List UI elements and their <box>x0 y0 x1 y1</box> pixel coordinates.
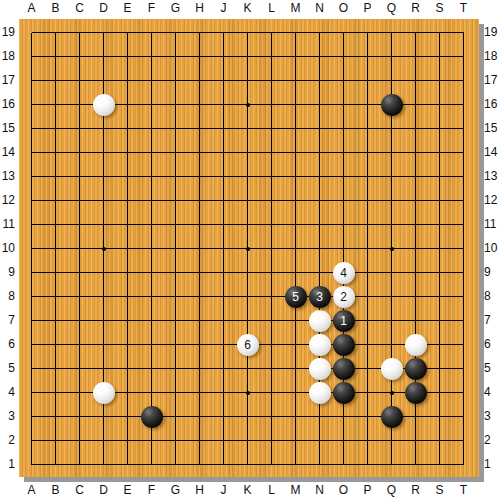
star-point-K16 <box>246 103 250 107</box>
move-number-label: 1 <box>340 310 347 332</box>
stone-black-Q16[interactable] <box>381 94 403 116</box>
coord-label-bottom-J: J <box>221 483 227 497</box>
coord-label-top-Q: Q <box>387 1 396 15</box>
coord-label-top-K: K <box>243 1 251 15</box>
coord-label-right-7: 7 <box>484 313 500 327</box>
stone-white-D4[interactable] <box>93 382 115 404</box>
stone-white-N6[interactable] <box>309 334 331 356</box>
coord-label-left-12: 12 <box>0 193 15 207</box>
move-number-label: 5 <box>292 286 299 308</box>
stone-black-M8[interactable]: 5 <box>285 286 307 308</box>
coord-label-bottom-B: B <box>51 483 59 497</box>
stone-white-Q5[interactable] <box>381 358 403 380</box>
coord-label-top-A: A <box>27 1 35 15</box>
stone-black-R4[interactable] <box>405 382 427 404</box>
coord-label-right-11: 11 <box>484 217 500 231</box>
coord-label-right-4: 4 <box>484 385 500 399</box>
star-point-Q4 <box>390 391 394 395</box>
coord-label-bottom-E: E <box>123 483 131 497</box>
coord-label-bottom-N: N <box>315 483 324 497</box>
coord-label-left-6: 6 <box>0 337 15 351</box>
stone-black-Q3[interactable] <box>381 406 403 428</box>
coord-label-right-3: 3 <box>484 409 500 423</box>
move-number-label: 3 <box>316 286 323 308</box>
coord-label-right-6: 6 <box>484 337 500 351</box>
stone-white-N7[interactable] <box>309 310 331 332</box>
coord-label-right-1: 1 <box>484 457 500 471</box>
star-point-D10 <box>102 247 106 251</box>
coord-label-bottom-F: F <box>148 483 155 497</box>
coord-label-top-L: L <box>268 1 275 15</box>
coord-label-left-2: 2 <box>0 433 15 447</box>
coord-label-right-16: 16 <box>484 97 500 111</box>
stone-white-N4[interactable] <box>309 382 331 404</box>
stone-white-O9[interactable]: 4 <box>333 262 355 284</box>
stone-white-K6[interactable]: 6 <box>237 334 259 356</box>
coord-label-left-8: 8 <box>0 289 15 303</box>
coord-label-top-M: M <box>291 1 301 15</box>
coord-label-right-10: 10 <box>484 241 500 255</box>
coord-label-bottom-K: K <box>243 483 251 497</box>
stone-white-N5[interactable] <box>309 358 331 380</box>
coord-label-top-P: P <box>363 1 371 15</box>
coord-label-right-14: 14 <box>484 145 500 159</box>
stone-black-O7[interactable]: 1 <box>333 310 355 332</box>
coord-label-left-5: 5 <box>0 361 15 375</box>
coord-label-left-4: 4 <box>0 385 15 399</box>
coord-label-bottom-R: R <box>411 483 420 497</box>
coord-label-left-14: 14 <box>0 145 15 159</box>
coord-label-top-S: S <box>435 1 443 15</box>
coord-label-left-13: 13 <box>0 169 15 183</box>
coord-label-bottom-T: T <box>460 483 467 497</box>
coord-label-top-G: G <box>171 1 180 15</box>
coord-label-bottom-P: P <box>363 483 371 497</box>
coord-label-bottom-Q: Q <box>387 483 396 497</box>
coord-label-bottom-A: A <box>27 483 35 497</box>
coord-label-left-9: 9 <box>0 265 15 279</box>
coord-label-bottom-C: C <box>75 483 84 497</box>
coord-label-bottom-O: O <box>339 483 348 497</box>
coord-label-bottom-D: D <box>99 483 108 497</box>
coord-label-bottom-M: M <box>291 483 301 497</box>
move-number-label: 2 <box>340 286 347 308</box>
coord-label-right-18: 18 <box>484 49 500 63</box>
coord-label-left-11: 11 <box>0 217 15 231</box>
coord-label-top-T: T <box>460 1 467 15</box>
coord-label-right-15: 15 <box>484 121 500 135</box>
stone-black-O4[interactable] <box>333 382 355 404</box>
coord-label-right-12: 12 <box>484 193 500 207</box>
coord-label-right-5: 5 <box>484 361 500 375</box>
coord-label-left-19: 19 <box>0 25 15 39</box>
coord-label-right-19: 19 <box>484 25 500 39</box>
coord-label-right-13: 13 <box>484 169 500 183</box>
coord-label-left-10: 10 <box>0 241 15 255</box>
go-board[interactable]: 123456 <box>19 19 479 477</box>
stone-white-D16[interactable] <box>93 94 115 116</box>
stone-black-O5[interactable] <box>333 358 355 380</box>
coord-label-top-H: H <box>195 1 204 15</box>
coord-label-bottom-G: G <box>171 483 180 497</box>
star-point-K10 <box>246 247 250 251</box>
coord-label-right-8: 8 <box>484 289 500 303</box>
coord-label-top-O: O <box>339 1 348 15</box>
coord-label-bottom-S: S <box>435 483 443 497</box>
move-number-label: 4 <box>340 262 347 284</box>
coord-label-top-N: N <box>315 1 324 15</box>
coord-label-right-2: 2 <box>484 433 500 447</box>
coord-label-left-7: 7 <box>0 313 15 327</box>
coord-label-left-17: 17 <box>0 73 15 87</box>
coord-label-top-E: E <box>123 1 131 15</box>
stone-white-R6[interactable] <box>405 334 427 356</box>
coord-label-left-15: 15 <box>0 121 15 135</box>
coord-label-left-3: 3 <box>0 409 15 423</box>
coord-label-left-18: 18 <box>0 49 15 63</box>
coord-label-left-1: 1 <box>0 457 15 471</box>
coord-label-top-C: C <box>75 1 84 15</box>
stone-black-F3[interactable] <box>141 406 163 428</box>
coord-label-right-17: 17 <box>484 73 500 87</box>
star-point-Q10 <box>390 247 394 251</box>
coord-label-top-J: J <box>221 1 227 15</box>
coord-label-top-R: R <box>411 1 420 15</box>
stone-black-R5[interactable] <box>405 358 427 380</box>
coord-label-top-F: F <box>148 1 155 15</box>
coord-label-top-B: B <box>51 1 59 15</box>
coord-label-right-9: 9 <box>484 265 500 279</box>
coord-label-left-16: 16 <box>0 97 15 111</box>
stone-black-O6[interactable] <box>333 334 355 356</box>
coord-label-bottom-L: L <box>268 483 275 497</box>
star-point-K4 <box>246 391 250 395</box>
stone-black-N8[interactable]: 3 <box>309 286 331 308</box>
stone-white-O8[interactable]: 2 <box>333 286 355 308</box>
move-number-label: 6 <box>244 334 251 356</box>
coord-label-top-D: D <box>99 1 108 15</box>
coord-label-bottom-H: H <box>195 483 204 497</box>
